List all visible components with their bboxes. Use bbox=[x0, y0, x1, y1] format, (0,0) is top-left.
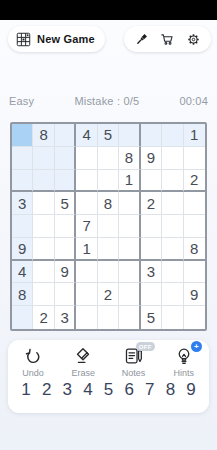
hints-plus-badge: + bbox=[191, 341, 202, 352]
erase-button[interactable]: Erase bbox=[60, 345, 106, 378]
cell-r2c4[interactable] bbox=[98, 170, 119, 193]
cell-r6c1[interactable] bbox=[33, 261, 54, 284]
app-screen: New Game bbox=[0, 0, 217, 450]
cell-r8c3[interactable] bbox=[76, 306, 97, 329]
cell-r7c3[interactable] bbox=[76, 283, 97, 306]
sudoku-board: 8451891235827918493829235 bbox=[10, 122, 207, 331]
new-game-label: New Game bbox=[37, 33, 95, 45]
cell-r4c8[interactable] bbox=[184, 215, 205, 238]
number-pad: 1 2 3 4 5 6 7 8 9 bbox=[8, 378, 209, 400]
new-game-button[interactable]: New Game bbox=[8, 26, 105, 52]
hints-icon: + bbox=[173, 345, 195, 367]
brush-icon[interactable] bbox=[133, 31, 150, 48]
cell-r4c1[interactable] bbox=[33, 215, 54, 238]
cell-r4c7[interactable] bbox=[162, 215, 183, 238]
cell-r4c4[interactable] bbox=[98, 215, 119, 238]
cell-r6c3[interactable] bbox=[76, 261, 97, 284]
cell-r7c0[interactable]: 8 bbox=[12, 283, 33, 306]
cell-r7c7[interactable] bbox=[162, 283, 183, 306]
cell-r6c0[interactable]: 4 bbox=[12, 261, 33, 284]
cell-r3c2[interactable]: 5 bbox=[55, 192, 76, 215]
cell-r7c2[interactable] bbox=[55, 283, 76, 306]
cell-r3c6[interactable]: 2 bbox=[141, 192, 162, 215]
undo-icon bbox=[22, 345, 44, 367]
cell-r6c7[interactable] bbox=[162, 261, 183, 284]
notes-label: Notes bbox=[122, 368, 146, 378]
cell-r8c7[interactable] bbox=[162, 306, 183, 329]
cell-r2c8[interactable]: 2 bbox=[184, 170, 205, 193]
cell-r6c5[interactable] bbox=[119, 261, 140, 284]
cell-r0c0[interactable] bbox=[12, 124, 33, 147]
timer: 00:04 bbox=[179, 95, 208, 107]
numpad-key-1[interactable]: 1 bbox=[17, 380, 35, 400]
new-game-grid-icon bbox=[15, 31, 32, 48]
notes-icon: OFF bbox=[123, 345, 145, 367]
cell-r1c4[interactable] bbox=[98, 147, 119, 170]
cell-r0c5[interactable] bbox=[119, 124, 140, 147]
cell-r7c4[interactable]: 2 bbox=[98, 283, 119, 306]
numpad-key-5[interactable]: 5 bbox=[100, 380, 118, 400]
cell-r4c0[interactable] bbox=[12, 215, 33, 238]
cell-r8c0[interactable] bbox=[12, 306, 33, 329]
cell-r0c6[interactable] bbox=[141, 124, 162, 147]
hints-label: Hints bbox=[174, 368, 195, 378]
cell-r0c8[interactable]: 1 bbox=[184, 124, 205, 147]
numpad-key-4[interactable]: 4 bbox=[79, 380, 97, 400]
cell-r0c1[interactable]: 8 bbox=[33, 124, 54, 147]
cell-r3c8[interactable] bbox=[184, 192, 205, 215]
notes-button[interactable]: OFF Notes bbox=[111, 345, 157, 378]
cell-r5c3[interactable]: 1 bbox=[76, 238, 97, 261]
cell-r1c7[interactable] bbox=[162, 147, 183, 170]
cell-r5c4[interactable] bbox=[98, 238, 119, 261]
cell-r8c8[interactable] bbox=[184, 306, 205, 329]
numpad-key-9[interactable]: 9 bbox=[182, 380, 200, 400]
cell-r2c0[interactable] bbox=[12, 170, 33, 193]
cell-r5c7[interactable] bbox=[162, 238, 183, 261]
erase-label: Erase bbox=[72, 368, 96, 378]
cell-r2c1[interactable] bbox=[33, 170, 54, 193]
cell-r8c2[interactable]: 3 bbox=[55, 306, 76, 329]
cell-r7c6[interactable] bbox=[141, 283, 162, 306]
erase-icon bbox=[72, 345, 94, 367]
cell-r0c4[interactable]: 5 bbox=[98, 124, 119, 147]
cart-icon[interactable] bbox=[159, 31, 176, 48]
cell-r3c7[interactable] bbox=[162, 192, 183, 215]
cell-r5c8[interactable]: 8 bbox=[184, 238, 205, 261]
top-icons-group bbox=[124, 26, 211, 52]
cell-r6c4[interactable] bbox=[98, 261, 119, 284]
hints-button[interactable]: + Hints bbox=[161, 345, 207, 378]
cell-r1c5[interactable]: 8 bbox=[119, 147, 140, 170]
cell-r2c7[interactable] bbox=[162, 170, 183, 193]
numpad-key-2[interactable]: 2 bbox=[38, 380, 56, 400]
undo-label: Undo bbox=[22, 368, 44, 378]
cell-r6c6[interactable]: 3 bbox=[141, 261, 162, 284]
cell-r5c2[interactable] bbox=[55, 238, 76, 261]
cell-r0c2[interactable] bbox=[55, 124, 76, 147]
cell-r6c2[interactable]: 9 bbox=[55, 261, 76, 284]
cell-r4c5[interactable] bbox=[119, 215, 140, 238]
numpad-key-7[interactable]: 7 bbox=[141, 380, 159, 400]
difficulty-label[interactable]: Easy bbox=[9, 95, 34, 107]
cell-r8c4[interactable] bbox=[98, 306, 119, 329]
cell-r0c3[interactable]: 4 bbox=[76, 124, 97, 147]
numpad-key-8[interactable]: 8 bbox=[161, 380, 179, 400]
cell-r5c0[interactable]: 9 bbox=[12, 238, 33, 261]
status-bar bbox=[0, 0, 217, 20]
toolbar: Undo Erase bbox=[8, 340, 209, 378]
cell-r7c1[interactable] bbox=[33, 283, 54, 306]
cell-r2c5[interactable]: 1 bbox=[119, 170, 140, 193]
cell-r5c1[interactable] bbox=[33, 238, 54, 261]
cell-r1c6[interactable]: 9 bbox=[141, 147, 162, 170]
cell-r2c3[interactable] bbox=[76, 170, 97, 193]
undo-button[interactable]: Undo bbox=[10, 345, 56, 378]
cell-r1c1[interactable] bbox=[33, 147, 54, 170]
cell-r4c3[interactable]: 7 bbox=[76, 215, 97, 238]
numpad-key-6[interactable]: 6 bbox=[120, 380, 138, 400]
gear-icon[interactable] bbox=[185, 31, 202, 48]
notes-off-badge: OFF bbox=[136, 342, 155, 351]
cell-r1c0[interactable] bbox=[12, 147, 33, 170]
cell-r3c3[interactable] bbox=[76, 192, 97, 215]
top-bar: New Game bbox=[8, 26, 211, 52]
cell-r1c8[interactable] bbox=[184, 147, 205, 170]
cell-r4c6[interactable] bbox=[141, 215, 162, 238]
cell-r5c6[interactable] bbox=[141, 238, 162, 261]
cell-r8c5[interactable] bbox=[119, 306, 140, 329]
cell-r0c7[interactable] bbox=[162, 124, 183, 147]
cell-r8c6[interactable]: 5 bbox=[141, 306, 162, 329]
cell-r5c5[interactable] bbox=[119, 238, 140, 261]
mistake-counter: Mistake : 0/5 bbox=[74, 95, 139, 107]
cell-r2c2[interactable] bbox=[55, 170, 76, 193]
cell-r7c5[interactable] bbox=[119, 283, 140, 306]
control-panel: Undo Erase bbox=[8, 340, 209, 413]
cell-r1c2[interactable] bbox=[55, 147, 76, 170]
cell-r3c1[interactable] bbox=[33, 192, 54, 215]
cell-r3c4[interactable]: 8 bbox=[98, 192, 119, 215]
cell-r8c1[interactable]: 2 bbox=[33, 306, 54, 329]
numpad-key-3[interactable]: 3 bbox=[58, 380, 76, 400]
cell-r1c3[interactable] bbox=[76, 147, 97, 170]
cell-r6c8[interactable] bbox=[184, 261, 205, 284]
cell-r4c2[interactable] bbox=[55, 215, 76, 238]
cell-r7c8[interactable]: 9 bbox=[184, 283, 205, 306]
status-row: Easy Mistake : 0/5 00:04 bbox=[9, 95, 208, 107]
cell-r2c6[interactable] bbox=[141, 170, 162, 193]
cell-r3c0[interactable]: 3 bbox=[12, 192, 33, 215]
cell-r3c5[interactable] bbox=[119, 192, 140, 215]
